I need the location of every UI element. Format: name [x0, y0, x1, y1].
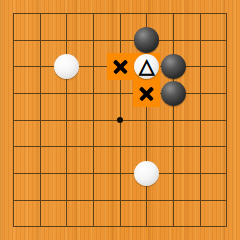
grid-line-horizontal	[13, 173, 227, 174]
grid-line-horizontal	[13, 226, 227, 227]
black-stone	[134, 27, 160, 53]
x-marker-icon	[112, 59, 128, 75]
x-marker-icon	[139, 85, 155, 101]
black-stone	[161, 54, 187, 80]
grid-line-vertical	[200, 13, 201, 227]
triangle-marker-icon: △	[137, 56, 157, 76]
grid-line-vertical	[173, 13, 174, 227]
star-point	[117, 117, 123, 123]
black-stone	[161, 81, 187, 107]
grid-line-horizontal	[13, 146, 227, 147]
go-board[interactable]: △	[0, 0, 240, 240]
white-stone	[54, 54, 80, 80]
grid-line-vertical	[226, 13, 227, 227]
white-stone	[134, 161, 160, 187]
grid-line-horizontal	[13, 200, 227, 201]
